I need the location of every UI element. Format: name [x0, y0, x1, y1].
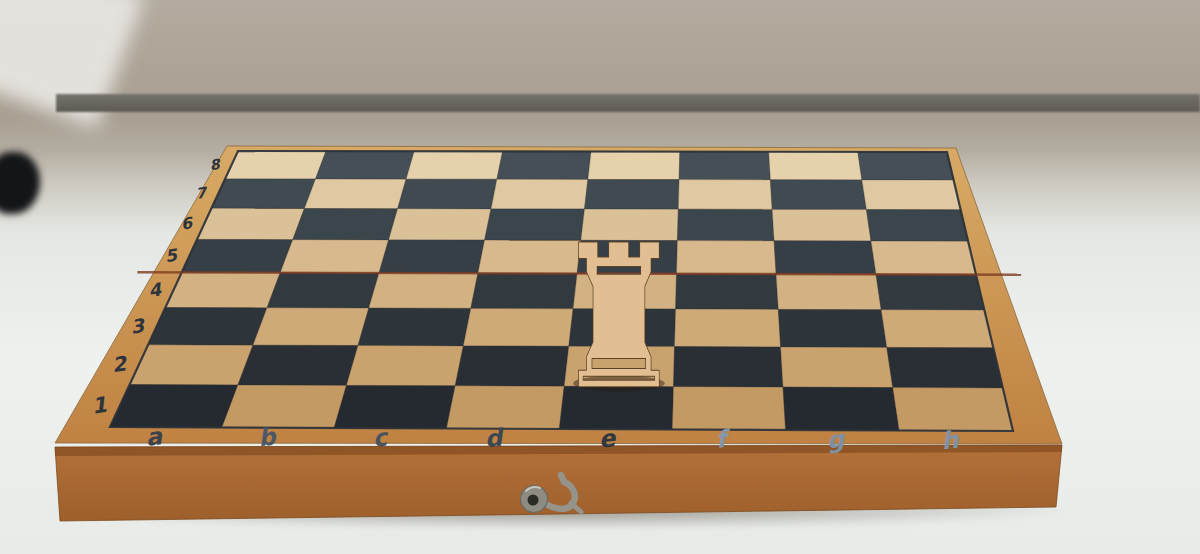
square-a3[interactable] — [148, 308, 267, 346]
square-a1[interactable] — [110, 385, 238, 428]
square-h6[interactable] — [866, 210, 968, 242]
square-b4[interactable] — [267, 273, 379, 308]
square-g2[interactable] — [781, 347, 893, 388]
square-g3[interactable] — [778, 309, 887, 347]
square-h4[interactable] — [876, 274, 984, 310]
square-a2[interactable] — [130, 345, 253, 385]
square-c2[interactable] — [346, 346, 463, 386]
square-f4[interactable] — [676, 274, 779, 310]
square-h5[interactable] — [871, 241, 976, 275]
square-g4[interactable] — [776, 274, 881, 310]
square-g5[interactable] — [774, 241, 876, 274]
square-b6[interactable] — [293, 209, 398, 240]
chess-board-photo: 12345678abcdefgh♜ — [0, 0, 1200, 554]
square-b8[interactable] — [316, 151, 415, 179]
square-f1[interactable] — [672, 387, 785, 430]
square-e8[interactable] — [588, 152, 680, 180]
square-g1[interactable] — [783, 387, 899, 430]
square-a4[interactable] — [165, 272, 280, 307]
square-h2[interactable] — [887, 347, 1003, 388]
square-b2[interactable] — [238, 345, 358, 385]
square-c3[interactable] — [358, 308, 471, 346]
square-f8[interactable] — [679, 152, 770, 180]
square-d1[interactable] — [447, 386, 565, 429]
square-f7[interactable] — [678, 180, 772, 210]
square-d2[interactable] — [455, 346, 569, 386]
square-c1[interactable] — [334, 385, 455, 428]
square-f5[interactable] — [677, 241, 777, 275]
white-rook-on-e2[interactable]: ♜ — [555, 204, 682, 432]
square-c7[interactable] — [398, 179, 497, 209]
square-g7[interactable] — [770, 180, 866, 210]
square-a5[interactable] — [182, 239, 293, 272]
square-f3[interactable] — [675, 309, 781, 347]
square-h3[interactable] — [881, 310, 993, 348]
square-h1[interactable] — [893, 388, 1013, 431]
square-a8[interactable] — [225, 151, 326, 179]
square-h7[interactable] — [862, 180, 961, 210]
square-h8[interactable] — [858, 152, 954, 180]
square-g8[interactable] — [769, 152, 862, 180]
square-c6[interactable] — [389, 209, 491, 240]
square-c4[interactable] — [369, 273, 478, 308]
square-f6[interactable] — [677, 209, 774, 241]
square-d8[interactable] — [497, 151, 591, 179]
square-a7[interactable] — [211, 179, 315, 209]
square-f2[interactable] — [674, 347, 784, 388]
windowsill-photo: 12345678abcdefgh♜ — [0, 0, 1200, 554]
square-b5[interactable] — [280, 240, 388, 273]
square-b3[interactable] — [253, 308, 369, 346]
square-g6[interactable] — [772, 209, 871, 241]
square-b1[interactable] — [222, 385, 347, 428]
square-c8[interactable] — [406, 151, 503, 179]
square-a6[interactable] — [197, 208, 304, 239]
square-b7[interactable] — [304, 179, 406, 209]
square-c5[interactable] — [379, 240, 485, 273]
clasp-pivot-hole — [528, 495, 539, 506]
